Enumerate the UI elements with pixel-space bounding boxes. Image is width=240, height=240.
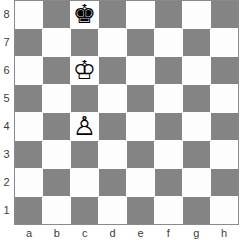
square-b8[interactable] [43,1,70,28]
file-label-h: h [210,225,238,240]
square-a2[interactable] [15,169,42,196]
piece-white-pawn[interactable]: ♙ [71,113,98,140]
square-d6[interactable] [99,57,126,84]
square-d8[interactable] [99,1,126,28]
square-e1[interactable] [127,197,154,224]
square-g5[interactable] [183,85,210,112]
file-label-g: g [182,225,210,240]
square-a4[interactable] [15,113,42,140]
square-g3[interactable] [183,141,210,168]
square-e5[interactable] [127,85,154,112]
square-b6[interactable] [43,57,70,84]
file-label-b: b [43,225,71,240]
square-h7[interactable] [211,29,238,56]
square-d7[interactable] [99,29,126,56]
square-f6[interactable] [155,57,182,84]
rank-label-3: 3 [0,140,13,168]
square-f7[interactable] [155,29,182,56]
chess-board: ♚♔♙ [15,1,238,224]
square-h3[interactable] [211,141,238,168]
rank-labels: 87654321 [0,0,13,225]
square-c4[interactable]: ♙ [71,113,98,140]
piece-white-king[interactable]: ♔ [71,57,98,84]
square-c3[interactable] [71,141,98,168]
square-h8[interactable] [211,1,238,28]
square-g4[interactable] [183,113,210,140]
piece-black-king[interactable]: ♚ [71,1,98,28]
square-a8[interactable] [15,1,42,28]
square-g8[interactable] [183,1,210,28]
square-c5[interactable] [71,85,98,112]
square-c6[interactable]: ♔ [71,57,98,84]
square-b4[interactable] [43,113,70,140]
rank-label-8: 8 [0,0,13,28]
square-g7[interactable] [183,29,210,56]
square-b3[interactable] [43,141,70,168]
square-b1[interactable] [43,197,70,224]
square-c1[interactable] [71,197,98,224]
square-d2[interactable] [99,169,126,196]
square-b2[interactable] [43,169,70,196]
square-f5[interactable] [155,85,182,112]
square-h6[interactable] [211,57,238,84]
square-a1[interactable] [15,197,42,224]
file-label-c: c [71,225,99,240]
rank-label-4: 4 [0,112,13,140]
square-e4[interactable] [127,113,154,140]
square-d5[interactable] [99,85,126,112]
square-f4[interactable] [155,113,182,140]
square-c8[interactable]: ♚ [71,1,98,28]
square-e7[interactable] [127,29,154,56]
rank-label-5: 5 [0,84,13,112]
square-d4[interactable] [99,113,126,140]
square-h1[interactable] [211,197,238,224]
square-d3[interactable] [99,141,126,168]
rank-label-6: 6 [0,56,13,84]
square-h5[interactable] [211,85,238,112]
rank-label-2: 2 [0,168,13,196]
square-f2[interactable] [155,169,182,196]
file-label-a: a [15,225,43,240]
square-e8[interactable] [127,1,154,28]
square-g1[interactable] [183,197,210,224]
file-label-d: d [99,225,127,240]
square-h2[interactable] [211,169,238,196]
square-a3[interactable] [15,141,42,168]
file-label-e: e [127,225,155,240]
square-g2[interactable] [183,169,210,196]
square-a6[interactable] [15,57,42,84]
square-b5[interactable] [43,85,70,112]
rank-label-7: 7 [0,28,13,56]
square-e6[interactable] [127,57,154,84]
square-f1[interactable] [155,197,182,224]
square-a5[interactable] [15,85,42,112]
square-g6[interactable] [183,57,210,84]
rank-label-1: 1 [0,196,13,224]
square-f8[interactable] [155,1,182,28]
square-c7[interactable] [71,29,98,56]
square-h4[interactable] [211,113,238,140]
chess-diagram: 87654321 ♚♔♙ abcdefgh [0,0,240,240]
file-labels: abcdefgh [15,225,238,240]
square-a7[interactable] [15,29,42,56]
square-b7[interactable] [43,29,70,56]
square-e2[interactable] [127,169,154,196]
square-d1[interactable] [99,197,126,224]
board-frame: ♚♔♙ [14,0,239,225]
square-c2[interactable] [71,169,98,196]
file-label-f: f [154,225,182,240]
square-e3[interactable] [127,141,154,168]
square-f3[interactable] [155,141,182,168]
